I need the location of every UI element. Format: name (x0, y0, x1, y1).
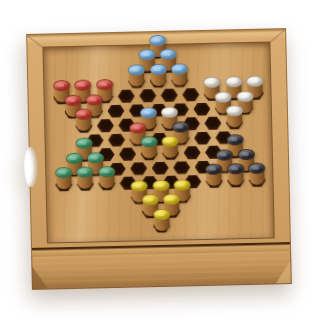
peg-blue[interactable] (171, 63, 188, 85)
black-peg-cap (172, 121, 189, 132)
peg-green[interactable] (76, 166, 93, 188)
blue-peg-cap (140, 107, 157, 118)
green-peg-cap (87, 152, 104, 163)
hole[interactable] (139, 89, 156, 102)
green-peg-cap (55, 167, 72, 178)
red-peg-cap (64, 94, 81, 105)
blue-peg-cap (138, 49, 155, 60)
hole[interactable] (204, 117, 221, 130)
hole[interactable] (97, 119, 114, 132)
box-front (31, 251, 292, 290)
hole[interactable] (194, 131, 211, 144)
peg-white[interactable] (226, 105, 243, 127)
black-peg-cap (216, 149, 233, 160)
hole[interactable] (107, 104, 124, 117)
peg-blue[interactable] (149, 63, 166, 85)
peg-red[interactable] (75, 109, 92, 131)
hole[interactable] (152, 161, 169, 174)
box-lid (26, 28, 291, 248)
hole[interactable] (119, 148, 136, 161)
hole[interactable] (182, 88, 199, 101)
peg-yellow[interactable] (153, 208, 170, 230)
peg-black[interactable] (227, 163, 244, 185)
black-peg-cap (237, 148, 254, 159)
white-peg-cap (236, 90, 253, 101)
wooden-box (26, 28, 292, 290)
green-peg-cap (65, 152, 82, 163)
yellow-peg-cap (173, 179, 190, 190)
yellow-peg-cap (152, 179, 169, 190)
yellow-peg-cap (153, 208, 170, 219)
hole[interactable] (161, 89, 178, 102)
red-peg-cap (129, 122, 146, 133)
blue-peg-cap (171, 63, 188, 74)
peg-green[interactable] (55, 167, 72, 189)
blue-peg-cap (128, 64, 145, 75)
blue-peg-cap (149, 34, 166, 45)
peg-green[interactable] (98, 166, 115, 188)
hole[interactable] (108, 133, 125, 146)
box-corner-joint-right (275, 261, 290, 283)
peg-black[interactable] (205, 164, 222, 186)
yellow-peg-cap (130, 180, 147, 191)
white-peg-cap (214, 91, 231, 102)
hole[interactable] (118, 90, 135, 103)
star-grid (27, 29, 290, 248)
peg-blue[interactable] (128, 64, 145, 86)
peg-green[interactable] (140, 136, 157, 158)
peg-yellow[interactable] (162, 136, 179, 158)
red-peg-cap (96, 79, 113, 90)
product-photo (0, 0, 320, 320)
hole[interactable] (130, 162, 147, 175)
blue-peg-cap (149, 63, 166, 74)
hole[interactable] (193, 102, 210, 115)
hole[interactable] (183, 146, 200, 159)
peg-black[interactable] (248, 163, 265, 185)
hole[interactable] (173, 161, 190, 174)
box-corner-joint-left (32, 267, 47, 289)
red-peg-cap (86, 94, 103, 105)
